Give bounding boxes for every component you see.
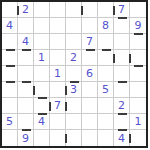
cell-r2c1: 4	[2, 18, 18, 34]
cell-r7c2[interactable]	[18, 98, 34, 114]
cell-r5c7[interactable]	[98, 66, 114, 82]
consecutive-marker-h-r4c9	[134, 65, 143, 67]
cell-r8c2[interactable]	[18, 114, 34, 130]
cell-r9c6[interactable]	[82, 130, 98, 146]
consecutive-marker-h-r3c2	[22, 49, 31, 51]
cell-r8c7[interactable]	[98, 114, 114, 130]
consecutive-marker-h-r3c6	[86, 49, 95, 51]
cell-r6c5: 3	[66, 82, 82, 98]
cell-r5c4: 1	[50, 66, 66, 82]
cell-r8c4[interactable]	[50, 114, 66, 130]
cell-r7c7[interactable]	[98, 98, 114, 114]
cell-r2c4[interactable]	[50, 18, 66, 34]
cell-r6c4[interactable]	[50, 82, 66, 98]
cell-r6c1[interactable]	[2, 82, 18, 98]
consecutive-marker-v-r4c8	[129, 54, 131, 63]
cell-r1c3[interactable]	[34, 2, 50, 18]
cell-r3c4[interactable]	[50, 34, 66, 50]
consecutive-marker-v-r7c3	[49, 102, 51, 111]
cell-r9c2: 9	[18, 130, 34, 146]
cell-r4c4[interactable]	[50, 50, 66, 66]
cell-r1c6[interactable]	[82, 2, 98, 18]
cell-r8c9: 1	[130, 114, 146, 130]
cell-r2c2[interactable]	[18, 18, 34, 34]
cell-r7c9[interactable]	[130, 98, 146, 114]
consecutive-marker-v-r9c8	[129, 134, 131, 143]
cell-r5c8[interactable]	[114, 66, 130, 82]
cell-r7c5[interactable]	[66, 98, 82, 114]
cell-r8c6[interactable]	[82, 114, 98, 130]
consecutive-marker-h-r5c8	[118, 81, 127, 83]
cell-r6c6[interactable]	[82, 82, 98, 98]
cell-r5c1[interactable]	[2, 66, 18, 82]
cell-r6c3[interactable]	[34, 82, 50, 98]
cell-r4c2[interactable]	[18, 50, 34, 66]
consecutive-marker-h-r1c8	[118, 17, 127, 19]
cell-r9c7[interactable]	[98, 130, 114, 146]
cell-r6c9[interactable]	[130, 82, 146, 98]
consecutive-marker-h-r7c3	[38, 113, 47, 115]
cell-r1c9[interactable]	[130, 2, 146, 18]
cell-r6c2[interactable]	[18, 82, 34, 98]
cell-r9c9[interactable]	[130, 130, 146, 146]
cell-r8c5[interactable]	[66, 114, 82, 130]
cell-r1c1[interactable]	[2, 2, 18, 18]
cell-r9c1[interactable]	[2, 130, 18, 146]
cell-r3c1[interactable]	[2, 34, 18, 50]
cell-r2c8[interactable]	[114, 18, 130, 34]
consecutive-marker-h-r8c2	[22, 129, 31, 131]
consecutive-marker-v-r1c5	[81, 6, 83, 15]
cell-r8c3: 4	[34, 114, 50, 130]
consecutive-marker-v-r4c7	[113, 54, 115, 63]
cell-r4c9[interactable]	[130, 50, 146, 66]
cell-r5c3[interactable]	[34, 66, 50, 82]
cell-r2c7: 8	[98, 18, 114, 34]
cell-r5c6: 6	[82, 66, 98, 82]
consecutive-marker-h-r5c1	[6, 81, 15, 83]
consecutive-marker-h-r8c8	[118, 129, 127, 131]
consecutive-marker-h-r5c2	[22, 81, 31, 83]
cell-r4c5: 2	[66, 50, 82, 66]
consecutive-marker-h-r3c7	[102, 49, 111, 51]
consecutive-marker-v-r9c4	[65, 134, 67, 143]
consecutive-marker-h-r2c9	[134, 33, 143, 35]
cell-r4c8[interactable]	[114, 50, 130, 66]
cell-r3c7[interactable]	[98, 34, 114, 50]
cell-r3c5[interactable]	[66, 34, 82, 50]
sudoku-board: 27489471216357254194	[0, 0, 148, 148]
consecutive-marker-h-r5c5	[70, 81, 79, 83]
cell-r4c6[interactable]	[82, 50, 98, 66]
consecutive-marker-h-r3c1	[6, 49, 15, 51]
cell-r5c9[interactable]	[130, 66, 146, 82]
cell-r7c4: 7	[50, 98, 66, 114]
cell-r2c9: 9	[130, 18, 146, 34]
cell-r5c2[interactable]	[18, 66, 34, 82]
cell-r4c1[interactable]	[2, 50, 18, 66]
consecutive-marker-v-r7c4	[65, 102, 67, 111]
cell-r7c8: 2	[114, 98, 130, 114]
cell-r1c5[interactable]	[66, 2, 82, 18]
consecutive-marker-h-r7c8	[118, 113, 127, 115]
consecutive-marker-v-r6c4	[65, 86, 67, 95]
cell-r9c4[interactable]	[50, 130, 66, 146]
cell-r1c2: 2	[18, 2, 34, 18]
cell-r1c4[interactable]	[50, 2, 66, 18]
cell-r7c6[interactable]	[82, 98, 98, 114]
cell-r3c2: 4	[18, 34, 34, 50]
cell-r9c8: 4	[114, 130, 130, 146]
cell-r9c3[interactable]	[34, 130, 50, 146]
cell-r3c3[interactable]	[34, 34, 50, 50]
cell-r5c5[interactable]	[66, 66, 82, 82]
cell-r1c7[interactable]	[98, 2, 114, 18]
cell-r8c8[interactable]	[114, 114, 130, 130]
consecutive-marker-v-r1c1	[17, 6, 19, 15]
cell-r6c7: 5	[98, 82, 114, 98]
cell-r2c6[interactable]	[82, 18, 98, 34]
cell-r3c8[interactable]	[114, 34, 130, 50]
consecutive-marker-h-r6c3	[38, 97, 47, 99]
cell-r4c7[interactable]	[98, 50, 114, 66]
consecutive-marker-v-r1c7	[113, 6, 115, 15]
cell-r1c8: 7	[114, 2, 130, 18]
cell-r3c6: 7	[82, 34, 98, 50]
cell-r7c1[interactable]	[2, 98, 18, 114]
cell-r2c5[interactable]	[66, 18, 82, 34]
sudoku-grid: 27489471216357254194	[2, 2, 146, 146]
cell-r8c1: 5	[2, 114, 18, 130]
consecutive-marker-h-r4c1	[6, 65, 15, 67]
cell-r2c3[interactable]	[34, 18, 50, 34]
cell-r4c3: 1	[34, 50, 50, 66]
cell-r6c8[interactable]	[114, 82, 130, 98]
consecutive-marker-v-r6c2	[33, 86, 35, 95]
cell-r7c3[interactable]	[34, 98, 50, 114]
cell-r3c9[interactable]	[130, 34, 146, 50]
cell-r9c5[interactable]	[66, 130, 82, 146]
